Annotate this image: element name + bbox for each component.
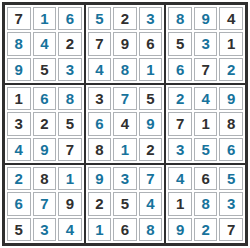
- box-1: 716842953: [4, 4, 85, 84]
- box-6: 249718356: [165, 84, 246, 164]
- cell-r9c2[interactable]: 3: [33, 218, 57, 241]
- cell-r1c4[interactable]: 5: [88, 7, 112, 30]
- cell-r3c4[interactable]: 4: [88, 58, 112, 81]
- cell-r5c9[interactable]: 8: [219, 112, 243, 135]
- cell-r2c5[interactable]: 9: [113, 32, 137, 55]
- cell-r2c7[interactable]: 5: [168, 32, 192, 55]
- cell-r6c6[interactable]: 2: [139, 138, 163, 161]
- cell-r9c6[interactable]: 8: [139, 218, 163, 241]
- cell-r5c3[interactable]: 5: [58, 112, 82, 135]
- box-4: 168325497: [4, 84, 85, 164]
- cell-r2c9[interactable]: 1: [219, 32, 243, 55]
- cell-r2c3[interactable]: 2: [58, 32, 82, 55]
- cell-r1c1[interactable]: 7: [7, 7, 31, 30]
- cell-r6c1[interactable]: 4: [7, 138, 31, 161]
- cell-r8c7[interactable]: 1: [168, 192, 192, 215]
- cell-r7c5[interactable]: 3: [113, 167, 137, 190]
- box-2: 523796481: [85, 4, 166, 84]
- cell-r8c6[interactable]: 4: [139, 192, 163, 215]
- cell-r4c8[interactable]: 4: [194, 87, 218, 110]
- box-9: 465183927: [165, 164, 246, 244]
- cell-r8c8[interactable]: 8: [194, 192, 218, 215]
- cell-r5c2[interactable]: 2: [33, 112, 57, 135]
- cell-r8c1[interactable]: 6: [7, 192, 31, 215]
- cell-r7c8[interactable]: 6: [194, 167, 218, 190]
- cell-r6c2[interactable]: 9: [33, 138, 57, 161]
- cell-r4c9[interactable]: 9: [219, 87, 243, 110]
- cell-r4c6[interactable]: 5: [139, 87, 163, 110]
- cell-r7c6[interactable]: 7: [139, 167, 163, 190]
- box-8: 937254168: [85, 164, 166, 244]
- cell-r8c2[interactable]: 7: [33, 192, 57, 215]
- cell-r4c1[interactable]: 1: [7, 87, 31, 110]
- cell-r5c6[interactable]: 9: [139, 112, 163, 135]
- cell-r5c5[interactable]: 4: [113, 112, 137, 135]
- cell-r2c6[interactable]: 6: [139, 32, 163, 55]
- cell-r3c3[interactable]: 3: [58, 58, 82, 81]
- cell-r3c9[interactable]: 2: [219, 58, 243, 81]
- cell-r6c4[interactable]: 8: [88, 138, 112, 161]
- cell-r7c2[interactable]: 8: [33, 167, 57, 190]
- cell-r3c2[interactable]: 5: [33, 58, 57, 81]
- cell-r9c3[interactable]: 4: [58, 218, 82, 241]
- cell-r8c4[interactable]: 2: [88, 192, 112, 215]
- cell-r3c7[interactable]: 6: [168, 58, 192, 81]
- cell-r6c7[interactable]: 3: [168, 138, 192, 161]
- cell-r6c3[interactable]: 7: [58, 138, 82, 161]
- cell-r4c2[interactable]: 6: [33, 87, 57, 110]
- cell-r7c3[interactable]: 1: [58, 167, 82, 190]
- cell-r1c3[interactable]: 6: [58, 7, 82, 30]
- cell-r7c7[interactable]: 4: [168, 167, 192, 190]
- cell-r5c1[interactable]: 3: [7, 112, 31, 135]
- cell-r2c1[interactable]: 8: [7, 32, 31, 55]
- cell-r9c4[interactable]: 1: [88, 218, 112, 241]
- sudoku-board: 7168429535237964818945316721683254973756…: [2, 2, 248, 246]
- cell-r9c1[interactable]: 5: [7, 218, 31, 241]
- cell-r4c5[interactable]: 7: [113, 87, 137, 110]
- cell-r4c7[interactable]: 2: [168, 87, 192, 110]
- box-5: 375649812: [85, 84, 166, 164]
- cell-r3c1[interactable]: 9: [7, 58, 31, 81]
- cell-r5c8[interactable]: 1: [194, 112, 218, 135]
- cell-r6c8[interactable]: 5: [194, 138, 218, 161]
- cell-r1c9[interactable]: 4: [219, 7, 243, 30]
- cell-r1c2[interactable]: 1: [33, 7, 57, 30]
- cell-r6c5[interactable]: 1: [113, 138, 137, 161]
- cell-r3c8[interactable]: 7: [194, 58, 218, 81]
- cell-r4c4[interactable]: 3: [88, 87, 112, 110]
- box-7: 281679534: [4, 164, 85, 244]
- cell-r7c4[interactable]: 9: [88, 167, 112, 190]
- cell-r8c5[interactable]: 5: [113, 192, 137, 215]
- cell-r2c4[interactable]: 7: [88, 32, 112, 55]
- cell-r9c9[interactable]: 7: [219, 218, 243, 241]
- cell-r3c6[interactable]: 1: [139, 58, 163, 81]
- cell-r4c3[interactable]: 8: [58, 87, 82, 110]
- cell-r7c9[interactable]: 5: [219, 167, 243, 190]
- cell-r1c6[interactable]: 3: [139, 7, 163, 30]
- cell-r5c4[interactable]: 6: [88, 112, 112, 135]
- cell-r8c9[interactable]: 3: [219, 192, 243, 215]
- cell-r2c2[interactable]: 4: [33, 32, 57, 55]
- cell-r9c7[interactable]: 9: [168, 218, 192, 241]
- cell-r8c3[interactable]: 9: [58, 192, 82, 215]
- cell-r6c9[interactable]: 6: [219, 138, 243, 161]
- box-3: 894531672: [165, 4, 246, 84]
- cell-r9c5[interactable]: 6: [113, 218, 137, 241]
- cell-r1c8[interactable]: 9: [194, 7, 218, 30]
- cell-r3c5[interactable]: 8: [113, 58, 137, 81]
- cell-r1c5[interactable]: 2: [113, 7, 137, 30]
- cell-r2c8[interactable]: 3: [194, 32, 218, 55]
- cell-r1c7[interactable]: 8: [168, 7, 192, 30]
- cell-r7c1[interactable]: 2: [7, 167, 31, 190]
- cell-r5c7[interactable]: 7: [168, 112, 192, 135]
- cell-r9c8[interactable]: 2: [194, 218, 218, 241]
